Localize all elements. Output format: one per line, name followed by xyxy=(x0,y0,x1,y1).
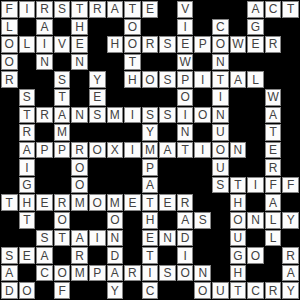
letter-cell-r13c2[interactable]: S xyxy=(36,230,53,247)
black-cell-r3c9 xyxy=(159,54,176,71)
letter-cell-r4c7[interactable]: H xyxy=(124,71,141,88)
black-cell-r1c8 xyxy=(142,19,159,36)
letter-cell-r9c1[interactable]: I xyxy=(19,159,36,176)
black-cell-r7c14 xyxy=(247,124,264,141)
black-cell-r16c4 xyxy=(71,282,88,299)
letter-cell-r7c1[interactable]: R xyxy=(19,124,36,141)
black-cell-r10c2 xyxy=(36,177,53,194)
black-cell-r2c5 xyxy=(89,36,106,53)
letter-cell-r6c10[interactable]: I xyxy=(177,107,194,124)
letter-cell-r16c16[interactable]: Y xyxy=(282,282,299,299)
letter-cell-r0c4[interactable]: T xyxy=(71,1,88,18)
letter-cell-r5c3[interactable]: T xyxy=(54,89,71,106)
letter-cell-r2c15[interactable]: R xyxy=(265,36,282,53)
letter-cell-r15c13[interactable]: H xyxy=(230,265,247,282)
letter-cell-r12c13[interactable]: O xyxy=(230,212,247,229)
black-cell-r10c10 xyxy=(177,177,194,194)
letter-cell-r15c7[interactable]: R xyxy=(124,265,141,282)
letter-cell-r13c6[interactable]: N xyxy=(107,230,124,247)
letter-cell-r11c4[interactable]: M xyxy=(71,194,88,211)
letter-cell-r4c12[interactable]: T xyxy=(212,71,229,88)
black-cell-r5c16 xyxy=(282,89,299,106)
letter-cell-r4c9[interactable]: S xyxy=(159,71,176,88)
black-cell-r9c16 xyxy=(282,159,299,176)
black-cell-r9c14 xyxy=(247,159,264,176)
letter-cell-r13c3[interactable]: T xyxy=(54,230,71,247)
letter-cell-r3c2[interactable]: N xyxy=(36,54,53,71)
letter-cell-r8c6[interactable]: X xyxy=(107,142,124,159)
black-cell-r5c14 xyxy=(247,89,264,106)
black-cell-r5c8 xyxy=(142,89,159,106)
black-cell-r10c9 xyxy=(159,177,176,194)
letter-cell-r3c12[interactable]: N xyxy=(212,54,229,71)
black-cell-r14c3 xyxy=(54,247,71,264)
black-cell-r3c3 xyxy=(54,54,71,71)
black-cell-r10c6 xyxy=(107,177,124,194)
letter-cell-r15c8[interactable]: I xyxy=(142,265,159,282)
letter-cell-r12c3[interactable]: O xyxy=(54,212,71,229)
letter-cell-r4c3[interactable]: S xyxy=(54,71,71,88)
black-cell-r12c7 xyxy=(124,212,141,229)
letter-cell-r16c14[interactable]: C xyxy=(247,282,264,299)
letter-cell-r12c8[interactable]: H xyxy=(142,212,159,229)
black-cell-r4c4 xyxy=(71,71,88,88)
letter-cell-r12c11[interactable]: S xyxy=(194,212,211,229)
black-cell-r5c13 xyxy=(230,89,247,106)
letter-cell-r5c1[interactable]: S xyxy=(19,89,36,106)
black-cell-r11c16 xyxy=(282,194,299,211)
letter-cell-r2c2[interactable]: I xyxy=(36,36,53,53)
black-cell-r9c13 xyxy=(230,159,247,176)
letter-cell-r10c13[interactable]: T xyxy=(230,177,247,194)
black-cell-r3c15 xyxy=(265,54,282,71)
black-cell-r5c0 xyxy=(1,89,18,106)
black-cell-r16c10 xyxy=(177,282,194,299)
letter-cell-r6c9[interactable]: S xyxy=(159,107,176,124)
black-cell-r13c1 xyxy=(19,230,36,247)
letter-cell-r9c12[interactable]: U xyxy=(212,159,229,176)
letter-cell-r10c8[interactable]: A xyxy=(142,177,159,194)
black-cell-r5c7 xyxy=(124,89,141,106)
letter-cell-r6c7[interactable]: I xyxy=(124,107,141,124)
letter-cell-r10c16[interactable]: F xyxy=(282,177,299,194)
black-cell-r7c16 xyxy=(282,124,299,141)
letter-cell-r1c12[interactable]: C xyxy=(212,19,229,36)
letter-cell-r9c8[interactable]: P xyxy=(142,159,159,176)
letter-cell-r0c1[interactable]: I xyxy=(19,1,36,18)
letter-cell-r16c15[interactable]: R xyxy=(265,282,282,299)
letter-cell-r11c13[interactable]: H xyxy=(230,194,247,211)
black-cell-r1c16 xyxy=(282,19,299,36)
letter-cell-r15c0[interactable]: A xyxy=(1,265,18,282)
letter-cell-r12c16[interactable]: Y xyxy=(282,212,299,229)
black-cell-r4c16 xyxy=(282,71,299,88)
letter-cell-r0c3[interactable]: S xyxy=(54,1,71,18)
letter-cell-r6c5[interactable]: S xyxy=(89,107,106,124)
black-cell-r9c6 xyxy=(107,159,124,176)
letter-cell-r4c10[interactable]: P xyxy=(177,71,194,88)
letter-cell-r8c9[interactable]: A xyxy=(159,142,176,159)
black-cell-r3c6 xyxy=(107,54,124,71)
letter-cell-r10c14[interactable]: I xyxy=(247,177,264,194)
letter-cell-r7c12[interactable]: U xyxy=(212,124,229,141)
black-cell-r13c14 xyxy=(247,230,264,247)
letter-cell-r14c4[interactable]: R xyxy=(71,247,88,264)
black-cell-r7c13 xyxy=(230,124,247,141)
letter-cell-r8c1[interactable]: A xyxy=(19,142,36,159)
letter-cell-r4c5[interactable]: Y xyxy=(89,71,106,88)
letter-cell-r1c0[interactable]: L xyxy=(1,19,18,36)
letter-cell-r3c10[interactable]: W xyxy=(177,54,194,71)
letter-cell-r8c11[interactable]: I xyxy=(194,142,211,159)
black-cell-r1c6 xyxy=(107,19,124,36)
black-cell-r1c9 xyxy=(159,19,176,36)
black-cell-r12c2 xyxy=(36,212,53,229)
letter-cell-r11c0[interactable]: T xyxy=(1,194,18,211)
letter-cell-r6c6[interactable]: M xyxy=(107,107,124,124)
letter-cell-r2c12[interactable]: O xyxy=(212,36,229,53)
letter-cell-r9c4[interactable]: O xyxy=(71,159,88,176)
letter-cell-r8c4[interactable]: R xyxy=(71,142,88,159)
letter-cell-r12c10[interactable]: A xyxy=(177,212,194,229)
letter-cell-r6c1[interactable]: T xyxy=(19,107,36,124)
letter-cell-r10c4[interactable]: O xyxy=(71,177,88,194)
letter-cell-r2c3[interactable]: V xyxy=(54,36,71,53)
black-cell-r8c0 xyxy=(1,142,18,159)
letter-cell-r5c15[interactable]: W xyxy=(265,89,282,106)
letter-cell-r16c6[interactable]: Y xyxy=(107,282,124,299)
black-cell-r1c3 xyxy=(54,19,71,36)
black-cell-r14c7 xyxy=(124,247,141,264)
letter-cell-r8c5[interactable]: O xyxy=(89,142,106,159)
letter-cell-r1c4[interactable]: H xyxy=(71,19,88,36)
black-cell-r6c14 xyxy=(247,107,264,124)
letter-cell-r4c0[interactable]: R xyxy=(1,71,18,88)
letter-cell-r15c4[interactable]: M xyxy=(71,265,88,282)
black-cell-r6c16 xyxy=(282,107,299,124)
letter-cell-r6c2[interactable]: R xyxy=(36,107,53,124)
letter-cell-r2c4[interactable]: E xyxy=(71,36,88,53)
letter-cell-r11c2[interactable]: E xyxy=(36,194,53,211)
black-cell-r11c14 xyxy=(247,194,264,211)
letter-cell-r2c6[interactable]: H xyxy=(107,36,124,53)
letter-cell-r6c3[interactable]: A xyxy=(54,107,71,124)
black-cell-r15c1 xyxy=(19,265,36,282)
black-cell-r12c5 xyxy=(89,212,106,229)
black-cell-r0c12 xyxy=(212,1,229,18)
black-cell-r12c0 xyxy=(1,212,18,229)
letter-cell-r14c2[interactable]: A xyxy=(36,247,53,264)
black-cell-r3c14 xyxy=(247,54,264,71)
letter-cell-r14c10[interactable]: I xyxy=(177,247,194,264)
black-cell-r7c9 xyxy=(159,124,176,141)
letter-cell-r14c6[interactable]: D xyxy=(107,247,124,264)
letter-cell-r0c7[interactable]: T xyxy=(124,1,141,18)
black-cell-r4c2 xyxy=(36,71,53,88)
black-cell-r9c9 xyxy=(159,159,176,176)
black-cell-r7c5 xyxy=(89,124,106,141)
crossword-board: FIRSTRATEVACTLAHOICGOLIVEHORSEPOWERONNTW… xyxy=(0,0,300,300)
black-cell-r2c16 xyxy=(282,36,299,53)
letter-cell-r15c11[interactable]: N xyxy=(194,265,211,282)
black-cell-r7c11 xyxy=(194,124,211,141)
black-cell-r12c4 xyxy=(71,212,88,229)
black-cell-r16c7 xyxy=(124,282,141,299)
letter-cell-r15c3[interactable]: O xyxy=(54,265,71,282)
letter-cell-r8c8[interactable]: M xyxy=(142,142,159,159)
letter-cell-r2c14[interactable]: E xyxy=(247,36,264,53)
letter-cell-r12c14[interactable]: N xyxy=(247,212,264,229)
letter-cell-r0c10[interactable]: V xyxy=(177,1,194,18)
letter-cell-r2c11[interactable]: P xyxy=(194,36,211,53)
letter-cell-r2c1[interactable]: L xyxy=(19,36,36,53)
letter-cell-r1c2[interactable]: A xyxy=(36,19,53,36)
black-cell-r16c2 xyxy=(36,282,53,299)
letter-cell-r2c10[interactable]: E xyxy=(177,36,194,53)
black-cell-r9c5 xyxy=(89,159,106,176)
letter-cell-r13c10[interactable]: D xyxy=(177,230,194,247)
black-cell-r1c15 xyxy=(265,19,282,36)
letter-cell-r16c1[interactable]: O xyxy=(19,282,36,299)
black-cell-r10c7 xyxy=(124,177,141,194)
black-cell-r5c2 xyxy=(36,89,53,106)
black-cell-r11c12 xyxy=(212,194,229,211)
letter-cell-r6c4[interactable]: N xyxy=(71,107,88,124)
letter-cell-r8c3[interactable]: P xyxy=(54,142,71,159)
letter-cell-r16c12[interactable]: U xyxy=(212,282,229,299)
black-cell-r7c0 xyxy=(1,124,18,141)
letter-cell-r3c0[interactable]: O xyxy=(1,54,18,71)
black-cell-r13c11 xyxy=(194,230,211,247)
black-cell-r14c12 xyxy=(212,247,229,264)
black-cell-r0c11 xyxy=(194,1,211,18)
letter-cell-r10c12[interactable]: S xyxy=(212,177,229,194)
letter-cell-r15c2[interactable]: C xyxy=(36,265,53,282)
letter-cell-r14c1[interactable]: E xyxy=(19,247,36,264)
black-cell-r9c11 xyxy=(194,159,211,176)
black-cell-r3c5 xyxy=(89,54,106,71)
black-cell-r3c1 xyxy=(19,54,36,71)
black-cell-r5c9 xyxy=(159,89,176,106)
letter-cell-r8c10[interactable]: T xyxy=(177,142,194,159)
letter-cell-r0c8[interactable]: E xyxy=(142,1,159,18)
black-cell-r9c10 xyxy=(177,159,194,176)
black-cell-r4c15 xyxy=(265,71,282,88)
letter-cell-r15c6[interactable]: A xyxy=(107,265,124,282)
black-cell-r15c15 xyxy=(265,265,282,282)
black-cell-r10c3 xyxy=(54,177,71,194)
letter-cell-r0c15[interactable]: C xyxy=(265,1,282,18)
letter-cell-r8c13[interactable]: N xyxy=(230,142,247,159)
letter-cell-r4c8[interactable]: O xyxy=(142,71,159,88)
letter-cell-r1c14[interactable]: G xyxy=(247,19,264,36)
letter-cell-r14c14[interactable]: O xyxy=(247,247,264,264)
letter-cell-r2c7[interactable]: O xyxy=(124,36,141,53)
black-cell-r0c9 xyxy=(159,1,176,18)
black-cell-r9c3 xyxy=(54,159,71,176)
letter-cell-r16c11[interactable]: O xyxy=(194,282,211,299)
letter-cell-r8c12[interactable]: O xyxy=(212,142,229,159)
letter-cell-r14c8[interactable]: T xyxy=(142,247,159,264)
letter-cell-r16c0[interactable]: D xyxy=(1,282,18,299)
letter-cell-r12c1[interactable]: T xyxy=(19,212,36,229)
black-cell-r13c16 xyxy=(282,230,299,247)
letter-cell-r6c12[interactable]: N xyxy=(212,107,229,124)
letter-cell-r7c8[interactable]: Y xyxy=(142,124,159,141)
letter-cell-r0c2[interactable]: R xyxy=(36,1,53,18)
letter-cell-r4c11[interactable]: I xyxy=(194,71,211,88)
black-cell-r13c7 xyxy=(124,230,141,247)
letter-cell-r2c0[interactable]: O xyxy=(1,36,18,53)
letter-cell-r3c7[interactable]: T xyxy=(124,54,141,71)
letter-cell-r8c7[interactable]: I xyxy=(124,142,141,159)
letter-cell-r6c11[interactable]: O xyxy=(194,107,211,124)
black-cell-r4c1 xyxy=(19,71,36,88)
letter-cell-r15c10[interactable]: O xyxy=(177,265,194,282)
letter-cell-r12c15[interactable]: L xyxy=(265,212,282,229)
black-cell-r12c12 xyxy=(212,212,229,229)
letter-cell-r16c8[interactable]: C xyxy=(142,282,159,299)
black-cell-r16c9 xyxy=(159,282,176,299)
letter-cell-r12c6[interactable]: O xyxy=(107,212,124,229)
letter-cell-r2c8[interactable]: R xyxy=(142,36,159,53)
black-cell-r8c16 xyxy=(282,142,299,159)
letter-cell-r1c7[interactable]: O xyxy=(124,19,141,36)
letter-cell-r15c9[interactable]: S xyxy=(159,265,176,282)
letter-cell-r4c13[interactable]: A xyxy=(230,71,247,88)
letter-cell-r14c16[interactable]: R xyxy=(282,247,299,264)
black-cell-r4c6 xyxy=(107,71,124,88)
letter-cell-r2c13[interactable]: W xyxy=(230,36,247,53)
black-cell-r6c13 xyxy=(230,107,247,124)
letter-cell-r14c13[interactable]: G xyxy=(230,247,247,264)
black-cell-r8c14 xyxy=(247,142,264,159)
black-cell-r1c11 xyxy=(194,19,211,36)
letter-cell-r15c5[interactable]: P xyxy=(89,265,106,282)
black-cell-r5c6 xyxy=(107,89,124,106)
black-cell-r3c11 xyxy=(194,54,211,71)
black-cell-r7c4 xyxy=(71,124,88,141)
letter-cell-r11c5[interactable]: O xyxy=(89,194,106,211)
black-cell-r15c14 xyxy=(247,265,264,282)
letter-cell-r5c12[interactable]: I xyxy=(212,89,229,106)
letter-cell-r0c16[interactable]: T xyxy=(282,1,299,18)
letter-cell-r13c5[interactable]: I xyxy=(89,230,106,247)
letter-cell-r14c0[interactable]: S xyxy=(1,247,18,264)
letter-cell-r3c4[interactable]: N xyxy=(71,54,88,71)
letter-cell-r0c6[interactable]: A xyxy=(107,1,124,18)
black-cell-r7c2 xyxy=(36,124,53,141)
black-cell-r11c11 xyxy=(194,194,211,211)
black-cell-r14c9 xyxy=(159,247,176,264)
black-cell-r3c13 xyxy=(230,54,247,71)
letter-cell-r8c15[interactable]: E xyxy=(265,142,282,159)
black-cell-r5c4 xyxy=(71,89,88,106)
black-cell-r13c12 xyxy=(212,230,229,247)
letter-cell-r4c14[interactable]: L xyxy=(247,71,264,88)
letter-cell-r13c9[interactable]: N xyxy=(159,230,176,247)
black-cell-r6c0 xyxy=(1,107,18,124)
black-cell-r7c7 xyxy=(124,124,141,141)
black-cell-r14c15 xyxy=(265,247,282,264)
letter-cell-r15c16[interactable]: A xyxy=(282,265,299,282)
letter-cell-r7c15[interactable]: T xyxy=(265,124,282,141)
letter-cell-r7c3[interactable]: M xyxy=(54,124,71,141)
black-cell-r12c9 xyxy=(159,212,176,229)
black-cell-r3c8 xyxy=(142,54,159,71)
black-cell-r10c11 xyxy=(194,177,211,194)
black-cell-r1c13 xyxy=(230,19,247,36)
black-cell-r0c13 xyxy=(230,1,247,18)
letter-cell-r9c15[interactable]: R xyxy=(265,159,282,176)
black-cell-r10c0 xyxy=(1,177,18,194)
black-cell-r9c2 xyxy=(36,159,53,176)
letter-cell-r0c0[interactable]: F xyxy=(1,1,18,18)
letter-cell-r6c8[interactable]: S xyxy=(142,107,159,124)
black-cell-r14c5 xyxy=(89,247,106,264)
letter-cell-r1c10[interactable]: I xyxy=(177,19,194,36)
letter-cell-r11c9[interactable]: E xyxy=(159,194,176,211)
letter-cell-r8c2[interactable]: P xyxy=(36,142,53,159)
black-cell-r9c0 xyxy=(1,159,18,176)
letter-cell-r11c15[interactable]: A xyxy=(265,194,282,211)
black-cell-r1c5 xyxy=(89,19,106,36)
letter-cell-r0c5[interactable]: R xyxy=(89,1,106,18)
black-cell-r7c6 xyxy=(107,124,124,141)
letter-cell-r11c8[interactable]: T xyxy=(142,194,159,211)
letter-cell-r11c3[interactable]: R xyxy=(54,194,71,211)
letter-cell-r11c10[interactable]: R xyxy=(177,194,194,211)
black-cell-r5c11 xyxy=(194,89,211,106)
black-cell-r16c5 xyxy=(89,282,106,299)
letter-cell-r16c3[interactable]: F xyxy=(54,282,71,299)
letter-cell-r11c7[interactable]: E xyxy=(124,194,141,211)
black-cell-r15c12 xyxy=(212,265,229,282)
black-cell-r14c11 xyxy=(194,247,211,264)
letter-cell-r16c13[interactable]: T xyxy=(230,282,247,299)
black-cell-r13c0 xyxy=(1,230,18,247)
letter-cell-r0c14[interactable]: A xyxy=(247,1,264,18)
letter-cell-r13c15[interactable]: L xyxy=(265,230,282,247)
black-cell-r10c5 xyxy=(89,177,106,194)
letter-cell-r11c6[interactable]: M xyxy=(107,194,124,211)
letter-cell-r13c13[interactable]: U xyxy=(230,230,247,247)
letter-cell-r5c5[interactable]: E xyxy=(89,89,106,106)
letter-cell-r11c1[interactable]: H xyxy=(19,194,36,211)
letter-cell-r10c1[interactable]: G xyxy=(19,177,36,194)
letter-cell-r13c4[interactable]: A xyxy=(71,230,88,247)
black-cell-r9c7 xyxy=(124,159,141,176)
letter-cell-r6c15[interactable]: A xyxy=(265,107,282,124)
letter-cell-r7c10[interactable]: N xyxy=(177,124,194,141)
letter-cell-r13c8[interactable]: E xyxy=(142,230,159,247)
letter-cell-r5c10[interactable]: O xyxy=(177,89,194,106)
letter-cell-r10c15[interactable]: F xyxy=(265,177,282,194)
black-cell-r1c1 xyxy=(19,19,36,36)
black-cell-r3c16 xyxy=(282,54,299,71)
letter-cell-r2c9[interactable]: S xyxy=(159,36,176,53)
